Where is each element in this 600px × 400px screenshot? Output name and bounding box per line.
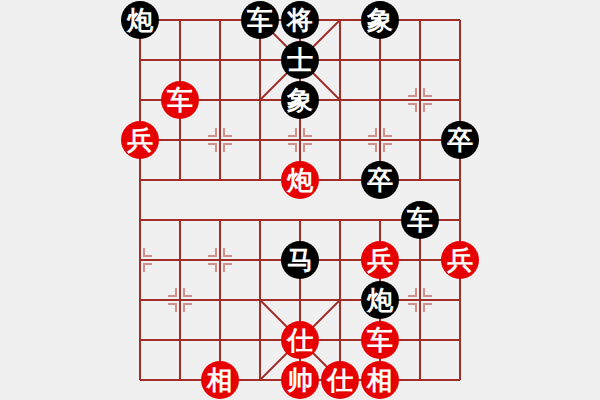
red-chariot[interactable]: 车: [161, 81, 199, 119]
red-soldier[interactable]: 兵: [361, 241, 399, 279]
red-elephant[interactable]: 相: [361, 361, 399, 399]
xiangqi-app: 炮车将象士象卒卒车马炮车兵炮兵兵仕车相帅仕相: [0, 0, 600, 400]
black-cannon[interactable]: 炮: [361, 281, 399, 319]
red-cannon[interactable]: 炮: [281, 161, 319, 199]
black-chariot[interactable]: 车: [401, 201, 439, 239]
xiangqi-board: 炮车将象士象卒卒车马炮车兵炮兵兵仕车相帅仕相: [0, 0, 600, 400]
black-cannon[interactable]: 炮: [121, 1, 159, 39]
black-soldier[interactable]: 卒: [361, 161, 399, 199]
black-soldier[interactable]: 卒: [441, 121, 479, 159]
black-elephant[interactable]: 象: [281, 81, 319, 119]
red-chariot[interactable]: 车: [361, 321, 399, 359]
red-elephant[interactable]: 相: [201, 361, 239, 399]
black-advisor[interactable]: 士: [281, 41, 319, 79]
red-general[interactable]: 帅: [281, 361, 319, 399]
red-advisor[interactable]: 仕: [321, 361, 359, 399]
black-chariot[interactable]: 车: [241, 1, 279, 39]
black-elephant[interactable]: 象: [361, 1, 399, 39]
red-soldier[interactable]: 兵: [441, 241, 479, 279]
red-soldier[interactable]: 兵: [121, 121, 159, 159]
black-horse[interactable]: 马: [281, 241, 319, 279]
red-advisor[interactable]: 仕: [281, 321, 319, 359]
black-general[interactable]: 将: [281, 1, 319, 39]
piece-layer: 炮车将象士象卒卒车马炮车兵炮兵兵仕车相帅仕相: [120, 0, 480, 400]
